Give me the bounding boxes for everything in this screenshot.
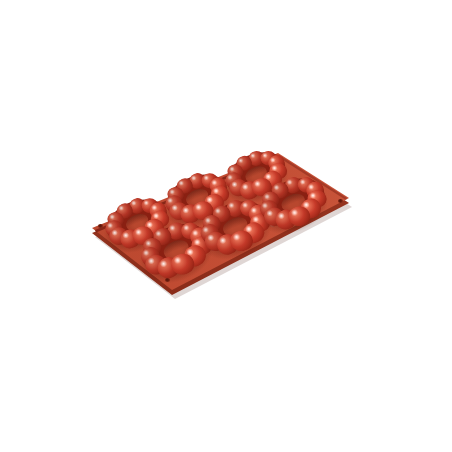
product-photo bbox=[0, 0, 452, 452]
silicone-mold bbox=[0, 0, 452, 452]
corner-hole bbox=[338, 199, 343, 203]
